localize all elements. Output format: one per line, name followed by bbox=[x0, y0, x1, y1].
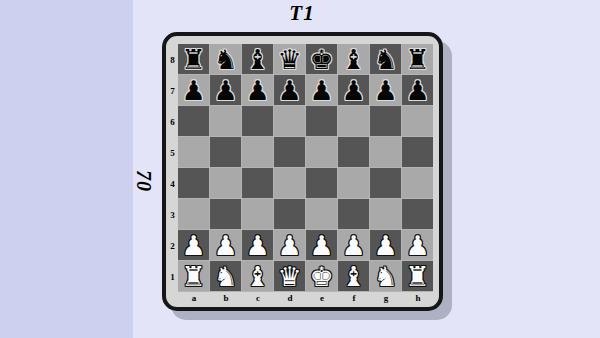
rank-label-4: 4 bbox=[167, 168, 178, 199]
piece-black-bishop: ♝ bbox=[245, 46, 269, 73]
square-h7[interactable]: ♟ bbox=[402, 75, 433, 105]
board-label-left: 70 bbox=[132, 170, 155, 192]
piece-white-king: ♚ bbox=[309, 263, 333, 290]
file-label-a: a bbox=[178, 292, 210, 305]
square-b2[interactable]: ♟ bbox=[210, 230, 241, 260]
square-g7[interactable]: ♟ bbox=[370, 75, 401, 105]
square-d8[interactable]: ♛ bbox=[274, 44, 305, 74]
file-label-c: c bbox=[242, 292, 274, 305]
square-a6[interactable] bbox=[178, 106, 209, 136]
square-f3[interactable] bbox=[338, 199, 369, 229]
piece-white-bishop: ♝ bbox=[341, 263, 365, 290]
square-h8[interactable]: ♜ bbox=[402, 44, 433, 74]
piece-black-pawn: ♟ bbox=[373, 77, 397, 104]
square-g3[interactable] bbox=[370, 199, 401, 229]
file-label-b: b bbox=[210, 292, 242, 305]
rank-label-5: 5 bbox=[167, 137, 178, 168]
square-c7[interactable]: ♟ bbox=[242, 75, 273, 105]
scene: { "game": "chess", "position": "rnbqkbnr… bbox=[0, 0, 600, 338]
square-b5[interactable] bbox=[210, 137, 241, 167]
square-c8[interactable]: ♝ bbox=[242, 44, 273, 74]
file-label-h: h bbox=[402, 292, 434, 305]
piece-white-pawn: ♟ bbox=[341, 232, 365, 259]
square-h5[interactable] bbox=[402, 137, 433, 167]
piece-black-bishop: ♝ bbox=[341, 46, 365, 73]
file-label-f: f bbox=[338, 292, 370, 305]
piece-black-pawn: ♟ bbox=[277, 77, 301, 104]
square-h1[interactable]: ♜ bbox=[402, 261, 433, 291]
square-f6[interactable] bbox=[338, 106, 369, 136]
square-f1[interactable]: ♝ bbox=[338, 261, 369, 291]
square-e4[interactable] bbox=[306, 168, 337, 198]
chess-board: 87654321 ♜♞♝♛♚♝♞♜♟♟♟♟♟♟♟♟♟♟♟♟♟♟♟♟♜♞♝♛♚♝♞… bbox=[162, 32, 443, 311]
square-h4[interactable] bbox=[402, 168, 433, 198]
square-b4[interactable] bbox=[210, 168, 241, 198]
piece-white-pawn: ♟ bbox=[277, 232, 301, 259]
square-a1[interactable]: ♜ bbox=[178, 261, 209, 291]
board-title-top: T1 bbox=[162, 1, 442, 26]
square-d4[interactable] bbox=[274, 168, 305, 198]
piece-black-rook: ♜ bbox=[181, 46, 205, 73]
piece-black-pawn: ♟ bbox=[405, 77, 429, 104]
square-d5[interactable] bbox=[274, 137, 305, 167]
square-c1[interactable]: ♝ bbox=[242, 261, 273, 291]
rank-label-2: 2 bbox=[167, 230, 178, 261]
square-a3[interactable] bbox=[178, 199, 209, 229]
piece-white-rook: ♜ bbox=[405, 263, 429, 290]
square-a4[interactable] bbox=[178, 168, 209, 198]
piece-black-pawn: ♟ bbox=[341, 77, 365, 104]
square-e5[interactable] bbox=[306, 137, 337, 167]
square-g1[interactable]: ♞ bbox=[370, 261, 401, 291]
piece-black-pawn: ♟ bbox=[245, 77, 269, 104]
square-b1[interactable]: ♞ bbox=[210, 261, 241, 291]
square-h2[interactable]: ♟ bbox=[402, 230, 433, 260]
square-e6[interactable] bbox=[306, 106, 337, 136]
piece-white-knight: ♞ bbox=[213, 263, 237, 290]
square-c2[interactable]: ♟ bbox=[242, 230, 273, 260]
piece-black-pawn: ♟ bbox=[181, 77, 205, 104]
piece-black-knight: ♞ bbox=[213, 46, 237, 73]
square-g5[interactable] bbox=[370, 137, 401, 167]
square-b3[interactable] bbox=[210, 199, 241, 229]
square-f4[interactable] bbox=[338, 168, 369, 198]
square-d3[interactable] bbox=[274, 199, 305, 229]
square-d7[interactable]: ♟ bbox=[274, 75, 305, 105]
square-d2[interactable]: ♟ bbox=[274, 230, 305, 260]
piece-black-queen: ♛ bbox=[277, 46, 301, 73]
square-d1[interactable]: ♛ bbox=[274, 261, 305, 291]
piece-black-knight: ♞ bbox=[373, 46, 397, 73]
square-a8[interactable]: ♜ bbox=[178, 44, 209, 74]
square-e8[interactable]: ♚ bbox=[306, 44, 337, 74]
file-label-d: d bbox=[274, 292, 306, 305]
board-body: 87654321 ♜♞♝♛♚♝♞♜♟♟♟♟♟♟♟♟♟♟♟♟♟♟♟♟♜♞♝♛♚♝♞… bbox=[167, 44, 434, 292]
piece-white-pawn: ♟ bbox=[213, 232, 237, 259]
rank-coordinates: 87654321 bbox=[167, 44, 178, 292]
square-a5[interactable] bbox=[178, 137, 209, 167]
piece-white-knight: ♞ bbox=[373, 263, 397, 290]
file-label-e: e bbox=[306, 292, 338, 305]
rank-label-1: 1 bbox=[167, 261, 178, 292]
piece-white-pawn: ♟ bbox=[181, 232, 205, 259]
square-b8[interactable]: ♞ bbox=[210, 44, 241, 74]
rank-label-6: 6 bbox=[167, 106, 178, 137]
file-coordinates: abcdefgh bbox=[178, 292, 434, 305]
piece-black-pawn: ♟ bbox=[309, 77, 333, 104]
square-c4[interactable] bbox=[242, 168, 273, 198]
square-h6[interactable] bbox=[402, 106, 433, 136]
piece-black-rook: ♜ bbox=[405, 46, 429, 73]
file-label-g: g bbox=[370, 292, 402, 305]
piece-white-pawn: ♟ bbox=[245, 232, 269, 259]
square-a2[interactable]: ♟ bbox=[178, 230, 209, 260]
square-g4[interactable] bbox=[370, 168, 401, 198]
square-d6[interactable] bbox=[274, 106, 305, 136]
square-c6[interactable] bbox=[242, 106, 273, 136]
piece-white-queen: ♛ bbox=[277, 263, 301, 290]
square-e7[interactable]: ♟ bbox=[306, 75, 337, 105]
square-e3[interactable] bbox=[306, 199, 337, 229]
piece-white-pawn: ♟ bbox=[405, 232, 429, 259]
piece-black-king: ♚ bbox=[309, 46, 333, 73]
squares-grid: ♜♞♝♛♚♝♞♜♟♟♟♟♟♟♟♟♟♟♟♟♟♟♟♟♜♞♝♛♚♝♞♜ bbox=[178, 44, 433, 292]
rank-label-7: 7 bbox=[167, 75, 178, 106]
square-b7[interactable]: ♟ bbox=[210, 75, 241, 105]
piece-white-bishop: ♝ bbox=[245, 263, 269, 290]
piece-white-rook: ♜ bbox=[181, 263, 205, 290]
square-b6[interactable] bbox=[210, 106, 241, 136]
piece-white-pawn: ♟ bbox=[309, 232, 333, 259]
square-g2[interactable]: ♟ bbox=[370, 230, 401, 260]
piece-white-pawn: ♟ bbox=[373, 232, 397, 259]
piece-black-pawn: ♟ bbox=[213, 77, 237, 104]
square-e2[interactable]: ♟ bbox=[306, 230, 337, 260]
square-f2[interactable]: ♟ bbox=[338, 230, 369, 260]
rank-label-3: 3 bbox=[167, 199, 178, 230]
square-e1[interactable]: ♚ bbox=[306, 261, 337, 291]
square-h3[interactable] bbox=[402, 199, 433, 229]
square-f5[interactable] bbox=[338, 137, 369, 167]
square-f8[interactable]: ♝ bbox=[338, 44, 369, 74]
square-a7[interactable]: ♟ bbox=[178, 75, 209, 105]
square-g8[interactable]: ♞ bbox=[370, 44, 401, 74]
square-c5[interactable] bbox=[242, 137, 273, 167]
square-c3[interactable] bbox=[242, 199, 273, 229]
square-f7[interactable]: ♟ bbox=[338, 75, 369, 105]
rank-label-8: 8 bbox=[167, 44, 178, 75]
square-g6[interactable] bbox=[370, 106, 401, 136]
